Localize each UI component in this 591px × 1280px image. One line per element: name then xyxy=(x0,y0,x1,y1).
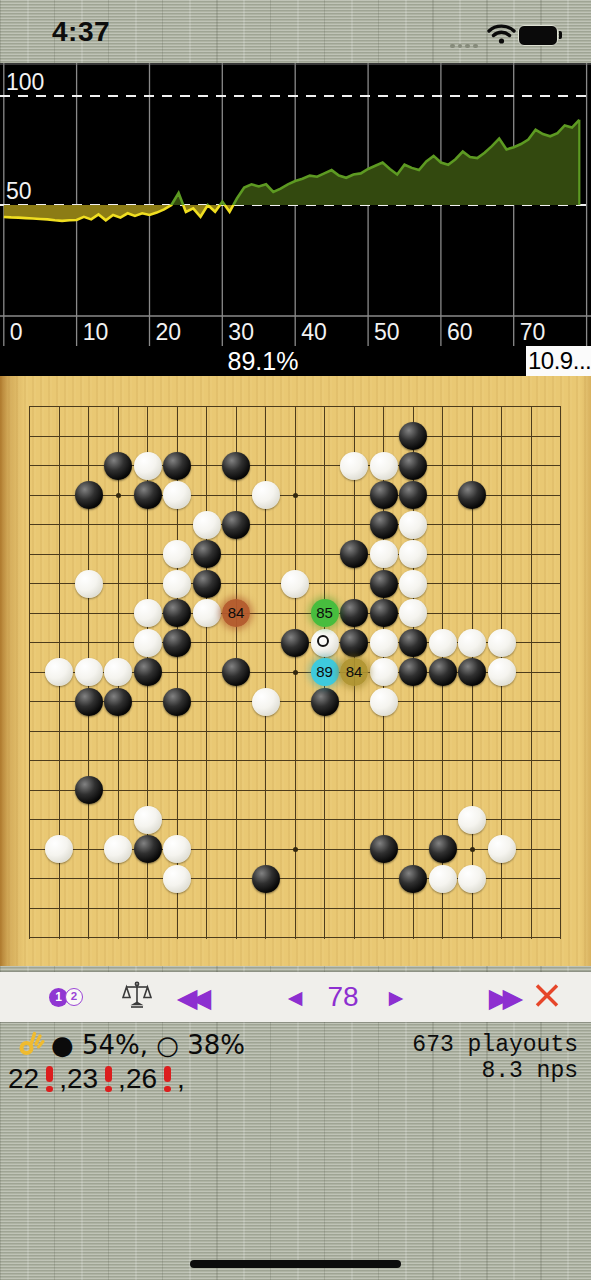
x-axis-tick-label: 20 xyxy=(156,319,182,346)
x-axis-tick-label: 10 xyxy=(83,319,109,346)
white-stone xyxy=(399,599,427,627)
white-stone xyxy=(488,658,516,686)
white-stone xyxy=(340,452,368,480)
black-stone xyxy=(193,540,221,568)
exclamation-icon xyxy=(163,1066,172,1092)
fast-forward-icon: ▶▶ xyxy=(489,982,524,1013)
white-stone xyxy=(193,511,221,539)
white-stone xyxy=(163,540,191,568)
x-axis-tick-label: 30 xyxy=(228,319,254,346)
winrate-percentages: ● 54%, ○ 38% xyxy=(51,1030,245,1060)
black-stone xyxy=(75,481,103,509)
wifi-icon xyxy=(487,23,516,49)
variation-badge-button[interactable]: 1 2 xyxy=(42,972,90,1022)
black-stone xyxy=(163,688,191,716)
nps-value: 8.3 nps xyxy=(412,1058,578,1084)
step-back-button[interactable]: ◀ xyxy=(281,972,309,1022)
white-stone xyxy=(370,629,398,657)
white-stone xyxy=(163,570,191,598)
black-stone xyxy=(399,629,427,657)
black-stone xyxy=(222,452,250,480)
black-stone xyxy=(399,658,427,686)
black-stone xyxy=(429,658,457,686)
move-number: 78 xyxy=(320,972,366,1022)
white-stone xyxy=(370,452,398,480)
black-stone xyxy=(458,481,486,509)
white-stone xyxy=(281,570,309,598)
cellular-signal-icon xyxy=(450,34,484,40)
black-stone xyxy=(399,452,427,480)
candidate-move-marker[interactable]: 84 xyxy=(340,658,368,686)
black-winrate-value: 89.1% xyxy=(0,347,526,376)
winrate-chart-plot[interactable] xyxy=(0,63,591,346)
separator: , xyxy=(118,1063,126,1095)
white-stone xyxy=(370,540,398,568)
white-stone xyxy=(458,865,486,893)
black-stone xyxy=(134,481,162,509)
white-stone xyxy=(134,806,162,834)
black-stone xyxy=(193,570,221,598)
black-stone xyxy=(370,835,398,863)
candidate-move-marker[interactable]: 89 xyxy=(311,658,339,686)
x-axis-tick-label: 70 xyxy=(520,319,546,346)
result-bar: 89.1% 10.9... xyxy=(0,346,591,376)
white-stone xyxy=(75,658,103,686)
white-stone xyxy=(429,629,457,657)
white-stone xyxy=(163,481,191,509)
last-move-marker xyxy=(317,635,329,647)
white-stone xyxy=(429,865,457,893)
white-stone xyxy=(399,570,427,598)
separator: , xyxy=(59,1063,67,1095)
white-stone xyxy=(45,835,73,863)
white-stone xyxy=(134,599,162,627)
black-stone xyxy=(134,835,162,863)
toolbar: 1 2 ◀◀ xyxy=(0,972,591,1022)
candidate-move-marker[interactable]: 84 xyxy=(222,599,250,627)
step-forward-icon: ▶ xyxy=(389,986,404,1008)
mistake-move-number[interactable]: 26 xyxy=(126,1063,157,1095)
white-stone xyxy=(134,452,162,480)
battery-icon xyxy=(518,25,558,46)
black-stone xyxy=(370,481,398,509)
black-stone xyxy=(104,688,132,716)
white-stone xyxy=(458,629,486,657)
score-estimate-button[interactable] xyxy=(120,972,154,1022)
white-stone xyxy=(163,835,191,863)
clock-time: 4:37 xyxy=(52,16,110,48)
black-stone xyxy=(340,629,368,657)
close-icon xyxy=(534,982,560,1013)
black-stone xyxy=(163,629,191,657)
ok-hand-icon xyxy=(18,1029,45,1061)
y-axis-label-50: 50 xyxy=(6,178,32,205)
status-bar: 4:37 xyxy=(0,0,591,62)
home-indicator[interactable] xyxy=(190,1260,401,1268)
black-stone xyxy=(163,452,191,480)
white-winrate-value: 10.9... xyxy=(526,346,591,376)
scales-icon xyxy=(122,981,152,1014)
winrate-chart[interactable]: 100 50 010203040506070 89.1% 10.9... xyxy=(0,63,591,376)
white-stone xyxy=(163,865,191,893)
white-stone xyxy=(75,570,103,598)
fast-rewind-button[interactable]: ◀◀ xyxy=(168,972,220,1022)
close-button[interactable] xyxy=(530,972,564,1022)
white-stone xyxy=(45,658,73,686)
mistake-move-number[interactable]: 23 xyxy=(67,1063,98,1095)
white-stone xyxy=(399,511,427,539)
exclamation-icon xyxy=(104,1066,113,1092)
step-back-icon: ◀ xyxy=(288,986,303,1008)
black-stone xyxy=(222,511,250,539)
black-stone xyxy=(399,422,427,450)
black-stone xyxy=(340,599,368,627)
white-stone xyxy=(488,629,516,657)
variation-2-icon: 2 xyxy=(65,988,83,1006)
exclamation-icon xyxy=(45,1066,54,1092)
x-axis-labels: 010203040506070 xyxy=(0,319,591,346)
black-stone xyxy=(370,511,398,539)
black-stone xyxy=(370,599,398,627)
black-stone xyxy=(75,688,103,716)
candidate-move-marker[interactable]: 85 xyxy=(311,599,339,627)
black-stone xyxy=(311,688,339,716)
black-stone xyxy=(340,540,368,568)
white-stone xyxy=(252,688,280,716)
white-stone xyxy=(134,629,162,657)
black-stone xyxy=(281,629,309,657)
app-screen: 4:37 100 50 010203040506070 89.1% xyxy=(0,0,591,1280)
engine-stats: 673 playouts 8.3 nps xyxy=(412,1032,578,1084)
black-stone xyxy=(252,865,280,893)
white-stone xyxy=(252,481,280,509)
fast-forward-button[interactable]: ▶▶ xyxy=(480,972,532,1022)
black-stone xyxy=(429,835,457,863)
white-stone xyxy=(370,688,398,716)
mistake-moves-line: 22,23,26, xyxy=(8,1062,185,1096)
x-axis-tick-label: 40 xyxy=(301,319,327,346)
x-axis-tick-label: 50 xyxy=(374,319,400,346)
white-stone xyxy=(370,658,398,686)
go-board[interactable]: 84858984 xyxy=(0,376,591,966)
winrate-status-line: ● 54%, ○ 38% xyxy=(18,1030,245,1060)
black-stone xyxy=(399,481,427,509)
x-axis-tick-label: 0 xyxy=(10,319,23,346)
black-stone xyxy=(370,570,398,598)
mistake-move-number[interactable]: 22 xyxy=(8,1063,39,1095)
black-stone xyxy=(458,658,486,686)
white-stone xyxy=(193,599,221,627)
white-stone xyxy=(488,835,516,863)
y-axis-label-100: 100 xyxy=(6,69,44,96)
black-stone xyxy=(104,452,132,480)
x-axis-tick-label: 60 xyxy=(447,319,473,346)
playouts-value: 673 playouts xyxy=(412,1032,578,1058)
black-stone xyxy=(399,865,427,893)
white-stone xyxy=(399,540,427,568)
black-stone xyxy=(134,658,162,686)
black-stone xyxy=(163,599,191,627)
fast-rewind-icon: ◀◀ xyxy=(177,982,212,1013)
separator: , xyxy=(177,1063,185,1095)
white-stone xyxy=(104,835,132,863)
step-forward-button[interactable]: ▶ xyxy=(382,972,410,1022)
white-stone xyxy=(458,806,486,834)
black-stone xyxy=(75,776,103,804)
white-stone xyxy=(104,658,132,686)
black-stone xyxy=(222,658,250,686)
